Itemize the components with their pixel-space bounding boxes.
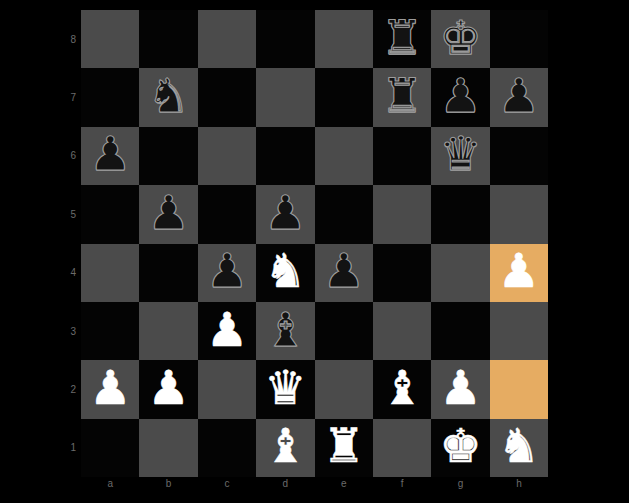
rank-label-7: 7 [58,68,76,126]
white-king-piece[interactable]: ♚ [439,422,481,469]
file-label-b: b [139,477,197,491]
rank-label-1: 1 [58,419,76,477]
square-h3[interactable] [490,302,548,360]
rank-label-5: 5 [58,185,76,243]
square-g7[interactable]: ♟ [431,68,489,126]
square-e8[interactable] [315,10,373,68]
square-a3[interactable] [81,302,139,360]
square-d8[interactable] [256,10,314,68]
square-c2[interactable] [198,360,256,418]
white-bishop-piece[interactable]: ♝ [381,364,423,411]
square-g1[interactable]: ♚ [431,419,489,477]
square-f6[interactable] [373,127,431,185]
square-a8[interactable] [81,10,139,68]
black-pawn-piece[interactable]: ♟ [89,130,131,177]
square-d2[interactable]: ♛ [256,360,314,418]
rank-label-2: 2 [58,360,76,418]
black-pawn-piece[interactable]: ♟ [264,189,306,236]
black-king-piece[interactable]: ♚ [439,14,481,61]
rank-label-6: 6 [58,127,76,185]
square-c6[interactable] [198,127,256,185]
square-e2[interactable] [315,360,373,418]
square-e6[interactable] [315,127,373,185]
square-a2[interactable]: ♟ [81,360,139,418]
square-b3[interactable] [139,302,197,360]
black-queen-piece[interactable]: ♛ [439,130,481,177]
square-c3[interactable]: ♟ [198,302,256,360]
square-c8[interactable] [198,10,256,68]
square-g4[interactable] [431,244,489,302]
file-label-c: c [198,477,256,491]
square-f4[interactable] [373,244,431,302]
chess-board: ♜♚♞♜♟♟♟♛♟♟♟♞♟♟♟♝♟♟♛♝♟♝♜♚♞ [81,10,548,477]
white-pawn-piece[interactable]: ♟ [206,306,248,353]
square-d3[interactable]: ♝ [256,302,314,360]
square-g8[interactable]: ♚ [431,10,489,68]
white-pawn-piece[interactable]: ♟ [89,364,131,411]
square-h4[interactable]: ♟ [490,244,548,302]
black-pawn-piece[interactable]: ♟ [498,72,540,119]
square-e3[interactable] [315,302,373,360]
square-f7[interactable]: ♜ [373,68,431,126]
square-d4[interactable]: ♞ [256,244,314,302]
square-h8[interactable] [490,10,548,68]
black-knight-piece[interactable]: ♞ [148,72,190,119]
file-label-e: e [315,477,373,491]
square-f3[interactable] [373,302,431,360]
square-c5[interactable] [198,185,256,243]
file-label-f: f [373,477,431,491]
black-bishop-piece[interactable]: ♝ [264,306,306,353]
file-label-d: d [256,477,314,491]
square-b2[interactable]: ♟ [139,360,197,418]
square-f5[interactable] [373,185,431,243]
rank-label-4: 4 [58,244,76,302]
rank-label-8: 8 [58,10,76,68]
white-queen-piece[interactable]: ♛ [264,364,306,411]
square-g3[interactable] [431,302,489,360]
square-f1[interactable] [373,419,431,477]
square-b5[interactable]: ♟ [139,185,197,243]
square-d7[interactable] [256,68,314,126]
square-h6[interactable] [490,127,548,185]
black-pawn-piece[interactable]: ♟ [206,247,248,294]
square-c1[interactable] [198,419,256,477]
black-pawn-piece[interactable]: ♟ [439,72,481,119]
square-c7[interactable] [198,68,256,126]
rank-label-3: 3 [58,302,76,360]
square-a7[interactable] [81,68,139,126]
square-a5[interactable] [81,185,139,243]
file-label-g: g [431,477,489,491]
black-pawn-piece[interactable]: ♟ [148,189,190,236]
black-pawn-piece[interactable]: ♟ [323,247,365,294]
chess-app: ♜♚♞♜♟♟♟♛♟♟♟♞♟♟♟♝♟♟♛♝♟♝♜♚♞ 87654321 abcde… [0,0,629,503]
square-f2[interactable]: ♝ [373,360,431,418]
file-label-h: h [490,477,548,491]
square-a1[interactable] [81,419,139,477]
square-b6[interactable] [139,127,197,185]
square-b4[interactable] [139,244,197,302]
square-h5[interactable] [490,185,548,243]
black-rook-piece[interactable]: ♜ [381,72,423,119]
square-a4[interactable] [81,244,139,302]
square-e7[interactable] [315,68,373,126]
square-d6[interactable] [256,127,314,185]
white-bishop-piece[interactable]: ♝ [264,422,306,469]
square-g6[interactable]: ♛ [431,127,489,185]
square-b8[interactable] [139,10,197,68]
white-pawn-piece[interactable]: ♟ [498,247,540,294]
square-f8[interactable]: ♜ [373,10,431,68]
square-h7[interactable]: ♟ [490,68,548,126]
file-label-a: a [81,477,139,491]
square-g2[interactable]: ♟ [431,360,489,418]
square-e5[interactable] [315,185,373,243]
white-pawn-piece[interactable]: ♟ [148,364,190,411]
square-e4[interactable]: ♟ [315,244,373,302]
white-knight-piece[interactable]: ♞ [264,247,306,294]
square-g5[interactable] [431,185,489,243]
square-c4[interactable]: ♟ [198,244,256,302]
white-rook-piece[interactable]: ♜ [323,422,365,469]
white-pawn-piece[interactable]: ♟ [439,364,481,411]
square-a6[interactable]: ♟ [81,127,139,185]
square-e1[interactable]: ♜ [315,419,373,477]
white-knight-piece[interactable]: ♞ [498,422,540,469]
square-b7[interactable]: ♞ [139,68,197,126]
square-b1[interactable] [139,419,197,477]
black-rook-piece[interactable]: ♜ [381,14,423,61]
square-h2[interactable] [490,360,548,418]
square-d5[interactable]: ♟ [256,185,314,243]
square-d1[interactable]: ♝ [256,419,314,477]
square-h1[interactable]: ♞ [490,419,548,477]
